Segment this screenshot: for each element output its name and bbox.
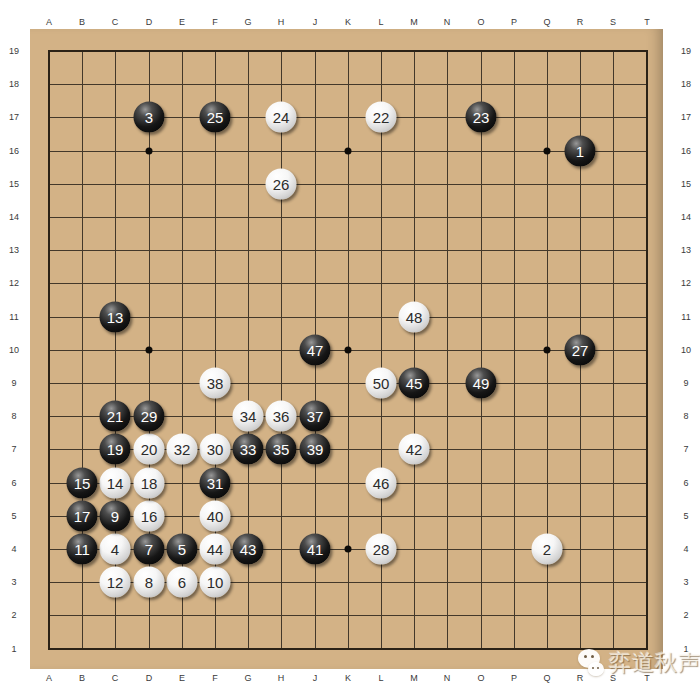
row-label-right-6: 6	[683, 478, 688, 488]
row-label-left-19: 19	[9, 46, 19, 56]
watermark: 弈道秋声	[576, 646, 700, 686]
row-label-left-11: 11	[9, 312, 18, 322]
stone-white-20-D7: 20	[134, 434, 165, 465]
column-label-bottom-P: P	[511, 673, 517, 683]
stone-white-22-L17: 22	[366, 102, 397, 133]
stone-white-42-M7: 42	[399, 434, 430, 465]
column-label-bottom-M: M	[410, 673, 418, 683]
stone-black-25-F17: 25	[200, 102, 231, 133]
column-label-top-Q: Q	[543, 17, 550, 27]
stone-black-37-J8: 37	[300, 401, 331, 432]
go-kifu-diagram: AABBCCDDEEFFGGHHJJKKLLMMNNOOPPQQRRSSTT19…	[0, 0, 700, 700]
row-label-right-3: 3	[683, 577, 688, 587]
bubble-eye	[591, 655, 594, 658]
stone-white-28-L4: 28	[366, 534, 397, 565]
row-label-right-17: 17	[681, 112, 691, 122]
stone-black-3-D17: 3	[134, 102, 165, 133]
stone-white-46-L6: 46	[366, 468, 397, 499]
column-label-bottom-A: A	[46, 673, 52, 683]
row-label-right-8: 8	[683, 411, 688, 421]
row-label-right-13: 13	[681, 245, 691, 255]
stone-black-43-G4: 43	[233, 534, 264, 565]
column-label-top-L: L	[378, 17, 383, 27]
column-label-top-K: K	[345, 17, 351, 27]
stone-white-8-D3: 8	[134, 567, 165, 598]
row-label-right-16: 16	[681, 146, 691, 156]
row-label-right-12: 12	[681, 278, 691, 288]
stone-black-39-J7: 39	[300, 434, 331, 465]
row-label-left-12: 12	[9, 278, 19, 288]
column-label-bottom-C: C	[112, 673, 119, 683]
star-point-D16	[146, 148, 153, 155]
stone-black-19-C7: 19	[100, 434, 131, 465]
row-label-left-15: 15	[9, 179, 19, 189]
row-label-left-7: 7	[11, 444, 16, 454]
row-label-left-14: 14	[9, 212, 19, 222]
star-point-K10	[345, 347, 352, 354]
stone-white-2-Q4: 2	[532, 534, 563, 565]
row-label-left-10: 10	[9, 345, 19, 355]
column-label-bottom-D: D	[146, 673, 153, 683]
column-label-bottom-H: H	[278, 673, 285, 683]
stone-black-7-D4: 7	[134, 534, 165, 565]
stone-white-14-C6: 14	[100, 468, 131, 499]
row-label-left-8: 8	[11, 411, 16, 421]
stone-white-50-L9: 50	[366, 368, 397, 399]
column-label-top-C: C	[112, 17, 119, 27]
stone-black-29-D8: 29	[134, 401, 165, 432]
column-label-top-R: R	[577, 17, 584, 27]
column-label-bottom-B: B	[79, 673, 85, 683]
stone-white-18-D6: 18	[134, 468, 165, 499]
row-label-right-18: 18	[681, 79, 691, 89]
column-label-bottom-G: G	[244, 673, 251, 683]
stone-black-49-O9: 49	[466, 368, 497, 399]
row-label-right-15: 15	[681, 179, 691, 189]
stone-white-12-C3: 12	[100, 567, 131, 598]
stone-white-40-F5: 40	[200, 501, 231, 532]
row-label-left-4: 4	[11, 544, 16, 554]
star-point-K16	[345, 148, 352, 155]
stone-black-35-H7: 35	[266, 434, 297, 465]
stone-white-32-E7: 32	[167, 434, 198, 465]
row-label-right-9: 9	[683, 378, 688, 388]
row-label-left-18: 18	[9, 79, 19, 89]
column-label-bottom-J: J	[313, 673, 318, 683]
stone-white-6-E3: 6	[167, 567, 198, 598]
stone-white-16-D5: 16	[134, 501, 165, 532]
row-label-left-13: 13	[9, 245, 19, 255]
chat-bubble-small	[588, 662, 604, 676]
stone-white-48-M11: 48	[399, 302, 430, 333]
stone-black-17-B5: 17	[67, 501, 98, 532]
column-label-bottom-Q: Q	[543, 673, 550, 683]
column-label-top-N: N	[444, 17, 451, 27]
row-label-left-6: 6	[11, 478, 16, 488]
row-label-left-9: 9	[11, 378, 16, 388]
column-label-top-P: P	[511, 17, 517, 27]
column-label-bottom-O: O	[477, 673, 484, 683]
stone-black-33-G7: 33	[233, 434, 264, 465]
row-label-left-2: 2	[11, 610, 16, 620]
star-point-Q16	[544, 148, 551, 155]
column-label-bottom-F: F	[212, 673, 218, 683]
row-label-left-3: 3	[11, 577, 16, 587]
stone-black-15-B6: 15	[67, 468, 98, 499]
stone-white-34-G8: 34	[233, 401, 264, 432]
stone-black-1-R16: 1	[565, 136, 596, 167]
column-label-bottom-N: N	[444, 673, 451, 683]
column-label-top-B: B	[79, 17, 85, 27]
stone-white-26-H15: 26	[266, 169, 297, 200]
stone-black-45-M9: 45	[399, 368, 430, 399]
stone-white-38-F9: 38	[200, 368, 231, 399]
column-label-top-H: H	[278, 17, 285, 27]
row-label-right-19: 19	[681, 46, 691, 56]
column-label-top-S: S	[610, 17, 616, 27]
stone-black-11-B4: 11	[67, 534, 98, 565]
column-label-top-E: E	[179, 17, 185, 27]
bubble-eye	[597, 667, 599, 669]
row-label-left-17: 17	[9, 112, 19, 122]
star-point-Q10	[544, 347, 551, 354]
stone-black-23-O17: 23	[466, 102, 497, 133]
row-label-right-14: 14	[681, 212, 691, 222]
stone-black-47-J10: 47	[300, 335, 331, 366]
row-label-right-10: 10	[681, 345, 691, 355]
column-label-top-T: T	[644, 17, 650, 27]
stone-white-44-F4: 44	[200, 534, 231, 565]
column-label-top-F: F	[212, 17, 218, 27]
star-point-D10	[146, 347, 153, 354]
stone-black-5-E4: 5	[167, 534, 198, 565]
stone-black-41-J4: 41	[300, 534, 331, 565]
stone-white-36-H8: 36	[266, 401, 297, 432]
column-label-top-M: M	[410, 17, 418, 27]
row-label-left-1: 1	[11, 644, 16, 654]
bubble-eye	[584, 655, 587, 658]
column-label-top-J: J	[313, 17, 318, 27]
column-label-bottom-E: E	[179, 673, 185, 683]
row-label-left-16: 16	[9, 146, 19, 156]
stone-black-9-C5: 9	[100, 501, 131, 532]
row-label-right-4: 4	[683, 544, 688, 554]
row-label-left-5: 5	[11, 511, 16, 521]
row-label-right-7: 7	[683, 444, 688, 454]
stone-white-30-F7: 30	[200, 434, 231, 465]
row-label-right-5: 5	[683, 511, 688, 521]
stone-black-21-C8: 21	[100, 401, 131, 432]
row-label-right-11: 11	[681, 312, 690, 322]
star-point-K4	[345, 546, 352, 553]
column-label-bottom-K: K	[345, 673, 351, 683]
stone-black-31-F6: 31	[200, 468, 231, 499]
column-label-bottom-L: L	[378, 673, 383, 683]
stone-white-24-H17: 24	[266, 102, 297, 133]
column-label-top-G: G	[244, 17, 251, 27]
column-label-top-A: A	[46, 17, 52, 27]
stone-white-10-F3: 10	[200, 567, 231, 598]
stone-black-13-C11: 13	[100, 302, 131, 333]
column-label-top-D: D	[146, 17, 153, 27]
watermark-text: 弈道秋声	[609, 648, 700, 678]
stone-white-4-C4: 4	[100, 534, 131, 565]
column-label-top-O: O	[477, 17, 484, 27]
stone-black-27-R10: 27	[565, 335, 596, 366]
row-label-right-2: 2	[683, 610, 688, 620]
bubble-eye	[592, 667, 594, 669]
